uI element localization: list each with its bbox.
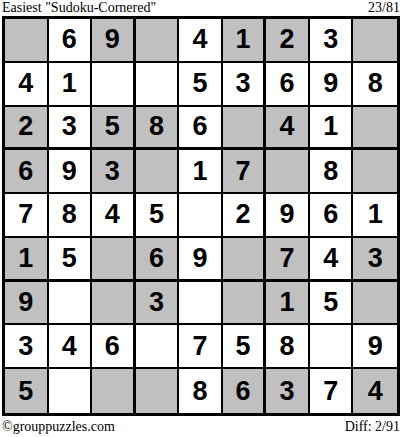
cell-r7c7[interactable]: 1 <box>266 282 310 326</box>
header: Easiest "Sudoku-Cornered" 23/81 <box>2 0 400 16</box>
cell-r5c8[interactable]: 6 <box>310 194 354 238</box>
cell-r3c6[interactable] <box>223 107 267 151</box>
cell-r8c6[interactable]: 5 <box>223 325 267 369</box>
cell-r6c1[interactable]: 1 <box>5 238 49 282</box>
cell-r2c3[interactable] <box>92 63 136 107</box>
cell-r3c7[interactable]: 4 <box>266 107 310 151</box>
cell-r7c5[interactable] <box>179 282 223 326</box>
cell-r8c9[interactable]: 9 <box>353 325 397 369</box>
cell-r4c5[interactable]: 1 <box>179 150 223 194</box>
cell-r8c4[interactable] <box>136 325 180 369</box>
cell-r7c2[interactable] <box>49 282 93 326</box>
cell-r8c1[interactable]: 3 <box>5 325 49 369</box>
cell-r6c8[interactable]: 4 <box>310 238 354 282</box>
cell-r4c2[interactable]: 9 <box>49 150 93 194</box>
cell-r5c2[interactable]: 8 <box>49 194 93 238</box>
cell-r1c2[interactable]: 6 <box>49 19 93 63</box>
cell-r8c8[interactable] <box>310 325 354 369</box>
cell-r9c7[interactable]: 3 <box>266 369 310 413</box>
cell-r6c5[interactable]: 9 <box>179 238 223 282</box>
cell-r1c4[interactable] <box>136 19 180 63</box>
cell-r9c5[interactable]: 8 <box>179 369 223 413</box>
cell-r1c1[interactable] <box>5 19 49 63</box>
difficulty-text: Diff: 2/91 <box>345 419 400 434</box>
sudoku-board: 6941234153698235864169317878452961156974… <box>2 16 400 416</box>
cell-r9c4[interactable] <box>136 369 180 413</box>
cell-r2c1[interactable]: 4 <box>5 63 49 107</box>
cell-r5c3[interactable]: 4 <box>92 194 136 238</box>
cell-r9c8[interactable]: 7 <box>310 369 354 413</box>
cell-r3c5[interactable]: 6 <box>179 107 223 151</box>
cell-r2c6[interactable]: 3 <box>223 63 267 107</box>
cell-r4c3[interactable]: 3 <box>92 150 136 194</box>
cell-r5c1[interactable]: 7 <box>5 194 49 238</box>
cell-r7c3[interactable] <box>92 282 136 326</box>
cell-r1c8[interactable]: 3 <box>310 19 354 63</box>
cell-r7c8[interactable]: 5 <box>310 282 354 326</box>
cell-r3c2[interactable]: 3 <box>49 107 93 151</box>
cell-r9c2[interactable] <box>49 369 93 413</box>
cell-r3c1[interactable]: 2 <box>5 107 49 151</box>
cell-r3c4[interactable]: 8 <box>136 107 180 151</box>
cell-r2c9[interactable]: 8 <box>353 63 397 107</box>
cell-r8c5[interactable]: 7 <box>179 325 223 369</box>
cell-r7c9[interactable] <box>353 282 397 326</box>
cell-r5c9[interactable]: 1 <box>353 194 397 238</box>
cell-r8c7[interactable]: 8 <box>266 325 310 369</box>
cell-r7c1[interactable]: 9 <box>5 282 49 326</box>
cell-r6c6[interactable] <box>223 238 267 282</box>
cell-r8c2[interactable]: 4 <box>49 325 93 369</box>
cell-r4c1[interactable]: 6 <box>5 150 49 194</box>
cell-r2c5[interactable]: 5 <box>179 63 223 107</box>
cell-r5c5[interactable] <box>179 194 223 238</box>
cell-r4c6[interactable]: 7 <box>223 150 267 194</box>
cell-r1c5[interactable]: 4 <box>179 19 223 63</box>
cell-r1c6[interactable]: 1 <box>223 19 267 63</box>
cell-r6c7[interactable]: 7 <box>266 238 310 282</box>
cell-r6c4[interactable]: 6 <box>136 238 180 282</box>
cell-r4c4[interactable] <box>136 150 180 194</box>
puzzle-title: Easiest "Sudoku-Cornered" <box>2 0 156 15</box>
footer: ©grouppuzzles.com Diff: 2/91 <box>2 419 400 434</box>
cell-r6c2[interactable]: 5 <box>49 238 93 282</box>
cell-r2c2[interactable]: 1 <box>49 63 93 107</box>
cell-r9c3[interactable] <box>92 369 136 413</box>
cell-r3c8[interactable]: 1 <box>310 107 354 151</box>
cell-r2c8[interactable]: 9 <box>310 63 354 107</box>
cell-r2c4[interactable] <box>136 63 180 107</box>
cell-r8c3[interactable]: 6 <box>92 325 136 369</box>
cell-r2c7[interactable]: 6 <box>266 63 310 107</box>
cell-r7c4[interactable]: 3 <box>136 282 180 326</box>
cell-r9c6[interactable]: 6 <box>223 369 267 413</box>
cell-r3c3[interactable]: 5 <box>92 107 136 151</box>
cell-r5c4[interactable]: 5 <box>136 194 180 238</box>
cell-r1c3[interactable]: 9 <box>92 19 136 63</box>
cell-r1c7[interactable]: 2 <box>266 19 310 63</box>
cell-r1c9[interactable] <box>353 19 397 63</box>
cell-r4c8[interactable]: 8 <box>310 150 354 194</box>
cell-r6c3[interactable] <box>92 238 136 282</box>
cell-r6c9[interactable]: 3 <box>353 238 397 282</box>
cell-r9c1[interactable]: 5 <box>5 369 49 413</box>
progress-counter: 23/81 <box>368 0 400 15</box>
cell-r5c6[interactable]: 2 <box>223 194 267 238</box>
copyright-text: ©grouppuzzles.com <box>2 419 115 434</box>
cell-r4c7[interactable] <box>266 150 310 194</box>
cell-r7c6[interactable] <box>223 282 267 326</box>
cell-r9c9[interactable]: 4 <box>353 369 397 413</box>
cell-r5c7[interactable]: 9 <box>266 194 310 238</box>
cell-r3c9[interactable] <box>353 107 397 151</box>
cell-r4c9[interactable] <box>353 150 397 194</box>
